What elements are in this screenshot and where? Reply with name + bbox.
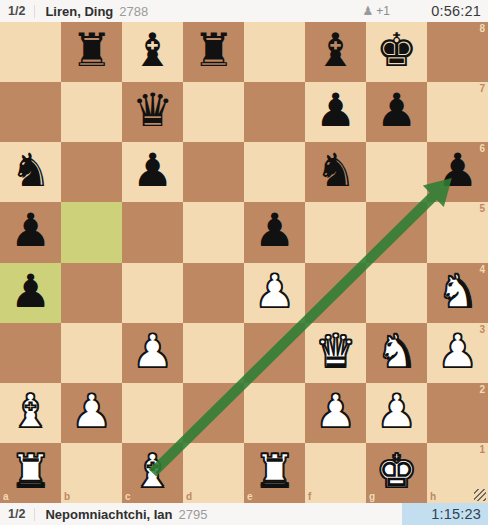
square-c4[interactable]	[122, 263, 183, 323]
square-a7[interactable]	[0, 82, 61, 142]
piece-black-bishop: ♝	[132, 27, 173, 73]
square-e5[interactable]: ♟	[244, 202, 305, 262]
square-e1[interactable]: ♜e	[244, 443, 305, 503]
top-player-bar: 1/2 Liren, Ding 2788 ♟ +1 0:56:21	[0, 0, 488, 22]
coord-rank-5: 5	[479, 204, 485, 214]
square-f7[interactable]: ♟	[305, 82, 366, 142]
square-b2[interactable]: ♟	[61, 383, 122, 443]
piece-black-rook: ♜	[71, 27, 112, 73]
square-f5[interactable]	[305, 202, 366, 262]
square-d8[interactable]: ♜	[183, 22, 244, 82]
piece-white-pawn: ♟	[254, 268, 295, 314]
piece-black-pawn: ♟	[376, 87, 417, 133]
coord-rank-2: 2	[479, 385, 485, 395]
bottom-player-clock: 1:15:23	[402, 503, 488, 525]
piece-white-pawn: ♟	[437, 328, 478, 374]
piece-white-rook: ♜	[254, 448, 295, 494]
piece-black-bishop: ♝	[315, 27, 356, 73]
piece-white-knight: ♞	[437, 268, 478, 314]
piece-black-king: ♚	[376, 27, 417, 73]
square-a4[interactable]: ♟	[0, 263, 61, 323]
top-player-name[interactable]: Liren, Ding	[45, 4, 113, 19]
square-d7[interactable]	[183, 82, 244, 142]
piece-white-pawn: ♟	[132, 328, 173, 374]
square-e6[interactable]	[244, 142, 305, 202]
piece-black-pawn: ♟	[437, 147, 478, 193]
square-c7[interactable]: ♛	[122, 82, 183, 142]
square-e3[interactable]	[244, 323, 305, 383]
square-d1[interactable]: d	[183, 443, 244, 503]
piece-black-pawn: ♟	[254, 207, 295, 253]
top-player-rating: 2788	[119, 4, 148, 19]
square-c6[interactable]: ♟	[122, 142, 183, 202]
square-b7[interactable]	[61, 82, 122, 142]
square-h8[interactable]: 8	[427, 22, 488, 82]
square-c1[interactable]: ♝c	[122, 443, 183, 503]
coord-rank-7: 7	[479, 84, 485, 94]
piece-white-rook: ♜	[10, 448, 51, 494]
square-c2[interactable]	[122, 383, 183, 443]
pawn-icon: ♟	[363, 5, 374, 17]
square-a6[interactable]: ♞	[0, 142, 61, 202]
square-h3[interactable]: ♟3	[427, 323, 488, 383]
piece-black-pawn: ♟	[315, 87, 356, 133]
square-d2[interactable]	[183, 383, 244, 443]
broadcast-board-widget: 1/2 Liren, Ding 2788 ♟ +1 0:56:21 ♜♝♜♝♚8…	[0, 0, 488, 525]
square-d4[interactable]	[183, 263, 244, 323]
square-b8[interactable]: ♜	[61, 22, 122, 82]
square-g3[interactable]: ♞	[366, 323, 427, 383]
square-b6[interactable]	[61, 142, 122, 202]
square-d6[interactable]	[183, 142, 244, 202]
coord-rank-4: 4	[479, 265, 485, 275]
piece-black-knight: ♞	[315, 147, 356, 193]
square-f4[interactable]	[305, 263, 366, 323]
piece-black-pawn: ♟	[10, 207, 51, 253]
coord-rank-6: 6	[479, 144, 485, 154]
chess-board: ♜♝♜♝♚8♛♟♟7♞♟♞♟6♟♟5♟♟♞4♟♛♞♟3♝♟♟♟2♜ab♝cd♜e…	[0, 22, 488, 503]
coord-file-e: e	[247, 492, 253, 502]
piece-white-pawn: ♟	[376, 388, 417, 434]
piece-white-pawn: ♟	[315, 388, 356, 434]
square-c8[interactable]: ♝	[122, 22, 183, 82]
coord-rank-8: 8	[479, 24, 485, 34]
coord-rank-1: 1	[479, 445, 485, 455]
piece-white-bishop: ♝	[132, 448, 173, 494]
square-h7[interactable]: 7	[427, 82, 488, 142]
coord-file-b: b	[64, 492, 70, 502]
bottom-score-badge: 1/2	[0, 507, 34, 521]
square-h2[interactable]: 2	[427, 383, 488, 443]
piece-white-queen: ♛	[315, 328, 356, 374]
square-h4[interactable]: ♞4	[427, 263, 488, 323]
coord-file-g: g	[369, 492, 375, 502]
square-f8[interactable]: ♝	[305, 22, 366, 82]
square-g7[interactable]: ♟	[366, 82, 427, 142]
square-b3[interactable]	[61, 323, 122, 383]
coord-file-h: h	[430, 492, 436, 502]
square-a5[interactable]: ♟	[0, 202, 61, 262]
top-player-clock: 0:56:21	[402, 0, 488, 22]
piece-white-pawn: ♟	[71, 388, 112, 434]
piece-black-knight: ♞	[10, 147, 51, 193]
square-g1[interactable]: ♚g	[366, 443, 427, 503]
bottom-player-bar: 1/2 Nepomniachtchi, Ian 2795 1:15:23	[0, 503, 488, 525]
square-f1[interactable]: f	[305, 443, 366, 503]
piece-black-pawn: ♟	[10, 268, 51, 314]
piece-black-rook: ♜	[193, 27, 234, 73]
coord-file-d: d	[186, 492, 192, 502]
square-e8[interactable]	[244, 22, 305, 82]
square-f3[interactable]: ♛	[305, 323, 366, 383]
square-b5[interactable]	[61, 202, 122, 262]
square-c5[interactable]	[122, 202, 183, 262]
board-grid: ♜♝♜♝♚8♛♟♟7♞♟♞♟6♟♟5♟♟♞4♟♛♞♟3♝♟♟♟2♜ab♝cd♜e…	[0, 22, 488, 503]
square-b1[interactable]: b	[61, 443, 122, 503]
square-f6[interactable]: ♞	[305, 142, 366, 202]
square-c3[interactable]: ♟	[122, 323, 183, 383]
square-g4[interactable]	[366, 263, 427, 323]
bar-divider	[34, 5, 35, 18]
square-a8[interactable]	[0, 22, 61, 82]
square-g2[interactable]: ♟	[366, 383, 427, 443]
square-d5[interactable]	[183, 202, 244, 262]
piece-black-pawn: ♟	[132, 147, 173, 193]
square-g5[interactable]	[366, 202, 427, 262]
piece-white-knight: ♞	[376, 328, 417, 374]
coord-rank-3: 3	[479, 325, 485, 335]
square-g6[interactable]	[366, 142, 427, 202]
square-a1[interactable]: ♜a	[0, 443, 61, 503]
square-g8[interactable]: ♚	[366, 22, 427, 82]
piece-black-queen: ♛	[132, 87, 173, 133]
bar-divider	[34, 508, 35, 521]
resize-handle[interactable]	[474, 489, 486, 501]
square-b4[interactable]	[61, 263, 122, 323]
square-h6[interactable]: ♟6	[427, 142, 488, 202]
square-e2[interactable]	[244, 383, 305, 443]
bottom-player-name[interactable]: Nepomniachtchi, Ian	[45, 507, 172, 522]
bottom-player-rating: 2795	[179, 507, 208, 522]
piece-white-king: ♚	[376, 448, 417, 494]
piece-white-bishop: ♝	[10, 388, 51, 434]
square-e7[interactable]	[244, 82, 305, 142]
coord-file-c: c	[125, 492, 131, 502]
coord-file-a: a	[3, 492, 9, 502]
square-a3[interactable]	[0, 323, 61, 383]
square-e4[interactable]: ♟	[244, 263, 305, 323]
top-score-badge: 1/2	[0, 4, 34, 18]
coord-file-f: f	[308, 492, 311, 502]
square-a2[interactable]: ♝	[0, 383, 61, 443]
material-advantage-value: +1	[376, 4, 390, 18]
square-d3[interactable]	[183, 323, 244, 383]
material-advantage-badge: ♟ +1	[363, 4, 390, 18]
square-f2[interactable]: ♟	[305, 383, 366, 443]
square-h5[interactable]: 5	[427, 202, 488, 262]
